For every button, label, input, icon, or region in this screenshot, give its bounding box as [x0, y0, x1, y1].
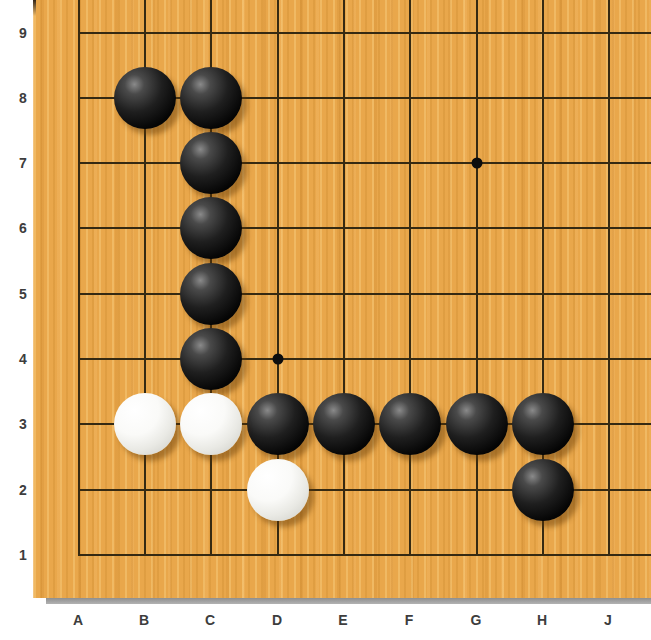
row-label-9: 9	[8, 23, 38, 43]
stone-white-D2[interactable]	[247, 459, 309, 521]
grid-line-row-1	[78, 554, 651, 556]
grid-line-col-J	[608, 0, 610, 556]
grid-line-row-7	[78, 162, 651, 164]
row-label-7: 7	[8, 153, 38, 173]
row-label-3: 3	[8, 414, 38, 434]
grid-line-col-E	[343, 0, 345, 556]
star-point-D4	[273, 354, 284, 365]
grid-line-row-6	[78, 227, 651, 229]
col-label-D: D	[262, 608, 292, 632]
stone-white-B3[interactable]	[114, 393, 176, 455]
row-label-8: 8	[8, 88, 38, 108]
stone-black-H2[interactable]	[512, 459, 574, 521]
row-label-2: 2	[8, 480, 38, 500]
go-diagram: ABCDEFGHJ987654321	[0, 0, 651, 640]
grid-line-row-9	[78, 32, 651, 34]
col-label-F: F	[394, 608, 424, 632]
grid-line-col-F	[409, 0, 411, 556]
stone-black-E3[interactable]	[313, 393, 375, 455]
row-label-1: 1	[8, 545, 38, 565]
stone-black-B8[interactable]	[114, 67, 176, 129]
grid-line-row-5	[78, 293, 651, 295]
row-label-6: 6	[8, 218, 38, 238]
stone-white-C3[interactable]	[180, 393, 242, 455]
stone-black-C7[interactable]	[180, 132, 242, 194]
col-label-J: J	[593, 608, 623, 632]
row-label-4: 4	[8, 349, 38, 369]
grid-line-col-G	[476, 0, 478, 556]
col-label-C: C	[195, 608, 225, 632]
stone-black-C5[interactable]	[180, 263, 242, 325]
stone-black-F3[interactable]	[379, 393, 441, 455]
col-label-H: H	[527, 608, 557, 632]
go-board[interactable]	[33, 0, 651, 598]
stone-black-H3[interactable]	[512, 393, 574, 455]
stone-black-D3[interactable]	[247, 393, 309, 455]
col-label-A: A	[63, 608, 93, 632]
col-label-G: G	[461, 608, 491, 632]
board-edge-shading	[33, 0, 36, 16]
board-shadow	[46, 598, 651, 604]
stone-black-C4[interactable]	[180, 328, 242, 390]
grid-line-row-4	[78, 358, 651, 360]
col-label-B: B	[129, 608, 159, 632]
stone-black-C6[interactable]	[180, 197, 242, 259]
stone-black-C8[interactable]	[180, 67, 242, 129]
col-label-E: E	[328, 608, 358, 632]
stone-black-G3[interactable]	[446, 393, 508, 455]
grid-line-col-A	[78, 0, 80, 556]
star-point-G7	[472, 158, 483, 169]
row-label-5: 5	[8, 284, 38, 304]
